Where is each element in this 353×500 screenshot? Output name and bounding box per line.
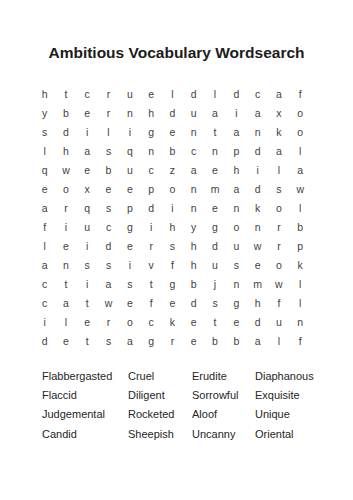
grid-cell: o [290, 122, 311, 141]
grid-cell: c [98, 217, 119, 236]
grid-cell: g [226, 293, 247, 312]
grid-cell: c [183, 141, 204, 160]
word-list-item: Rocketed [128, 405, 192, 424]
grid-cell: l [268, 331, 289, 350]
grid-cell: e [98, 179, 119, 198]
grid-cell: e [34, 179, 55, 198]
grid-cell: m [247, 274, 268, 293]
grid-cell: y [183, 217, 204, 236]
grid-cell: a [268, 84, 289, 103]
grid-cell: c [77, 84, 98, 103]
grid-cell: i [34, 312, 55, 331]
grid-cell: k [162, 312, 183, 331]
grid-cell: s [98, 331, 119, 350]
grid-cell: u [268, 312, 289, 331]
word-list-item: Uncanny [192, 425, 255, 444]
grid-cell: i [55, 217, 76, 236]
grid-cell: e [183, 312, 204, 331]
page-title: Ambitious Vocabulary Wordsearch [0, 44, 353, 62]
grid-cell: f [34, 217, 55, 236]
grid-cell: b [55, 103, 76, 122]
grid-cell: b [290, 217, 311, 236]
grid-cell: n [183, 179, 204, 198]
grid-cell: e [55, 236, 76, 255]
grid-cell: a [226, 122, 247, 141]
grid-cell: r [268, 217, 289, 236]
grid-cell: a [77, 141, 98, 160]
grid-cell: a [34, 255, 55, 274]
grid-cell: l [268, 160, 289, 179]
grid-cell: s [98, 255, 119, 274]
grid-cell: e [226, 312, 247, 331]
grid-cell: n [140, 141, 161, 160]
grid-cell: d [183, 84, 204, 103]
grid-cell: s [204, 293, 225, 312]
grid-cell: a [268, 141, 289, 160]
grid-cell: o [290, 103, 311, 122]
grid-cell: w [290, 179, 311, 198]
grid-cell: e [162, 293, 183, 312]
grid-cell: g [140, 122, 161, 141]
grid-cell: u [119, 84, 140, 103]
grid-cell: e [247, 255, 268, 274]
grid-cell: a [204, 103, 225, 122]
grid-cell: a [183, 160, 204, 179]
grid-cell: u [77, 217, 98, 236]
grid-cell: t [204, 122, 225, 141]
word-list-item: Sheepish [128, 425, 192, 444]
grid-cell: w [55, 160, 76, 179]
word-list: FlabbergastedCruelEruditeDiaphanousFlacc… [42, 367, 345, 444]
grid-cell: s [268, 179, 289, 198]
grid-cell: r [140, 236, 161, 255]
word-list-item: Flaccid [42, 386, 128, 405]
grid-cell: l [162, 84, 183, 103]
grid-cell: c [140, 160, 161, 179]
grid-cell: x [77, 179, 98, 198]
grid-cell: e [183, 331, 204, 350]
grid-cell: u [226, 236, 247, 255]
grid-cell: t [55, 274, 76, 293]
grid-cell: o [226, 217, 247, 236]
grid-cell: d [55, 122, 76, 141]
grid-cell: t [140, 274, 161, 293]
grid-cell: n [55, 255, 76, 274]
grid-cell: c [34, 293, 55, 312]
grid-cell: s [119, 274, 140, 293]
grid-cell: a [119, 331, 140, 350]
word-list-item: Candid [42, 425, 128, 444]
grid-cell: t [77, 293, 98, 312]
grid-cell: a [98, 274, 119, 293]
grid-cell: i [77, 236, 98, 255]
grid-cell: n [247, 122, 268, 141]
grid-cell: z [162, 160, 183, 179]
grid-cell: n [204, 141, 225, 160]
grid-cell: a [34, 198, 55, 217]
grid-cell: a [290, 160, 311, 179]
grid-cell: j [204, 274, 225, 293]
grid-cell: a [55, 293, 76, 312]
grid-cell: q [77, 198, 98, 217]
grid-cell: l [290, 274, 311, 293]
grid-cell: q [119, 141, 140, 160]
grid-cell: c [247, 84, 268, 103]
grid-cell: d [98, 236, 119, 255]
grid-cell: t [204, 312, 225, 331]
grid-cell: a [226, 179, 247, 198]
word-list-item: Judgemental [42, 405, 128, 424]
grid-cell: b [98, 160, 119, 179]
grid-cell: c [140, 312, 161, 331]
grid-cell: e [204, 160, 225, 179]
grid-cell: e [140, 84, 161, 103]
word-list-item: Diaphanous [255, 367, 345, 386]
grid-cell: r [98, 312, 119, 331]
word-list-item: Oriental [255, 425, 345, 444]
grid-cell: i [119, 255, 140, 274]
grid-cell: o [268, 198, 289, 217]
grid-cell: w [268, 274, 289, 293]
grid-cell: h [140, 103, 161, 122]
grid-cell: d [226, 84, 247, 103]
grid-cell: f [290, 84, 311, 103]
grid-cell: r [55, 198, 76, 217]
grid-cell: u [119, 160, 140, 179]
grid-cell: w [98, 293, 119, 312]
grid-cell: e [162, 122, 183, 141]
grid-cell: l [55, 312, 76, 331]
grid-cell: o [162, 179, 183, 198]
grid-cell: g [162, 274, 183, 293]
grid-cell: g [140, 331, 161, 350]
grid-cell: u [204, 255, 225, 274]
grid-cell: h [183, 255, 204, 274]
grid-cell: t [77, 331, 98, 350]
grid-cell: a [247, 331, 268, 350]
word-list-item: Diligent [128, 386, 192, 405]
grid-cell: d [34, 331, 55, 350]
grid-cell: g [204, 217, 225, 236]
grid-cell: i [77, 274, 98, 293]
grid-cell: e [55, 331, 76, 350]
grid-cell: o [119, 312, 140, 331]
grid-cell: b [226, 331, 247, 350]
word-list-item: Erudite [192, 367, 255, 386]
grid-cell: e [119, 179, 140, 198]
grid-cell: p [140, 179, 161, 198]
grid-cell: n [247, 217, 268, 236]
grid-cell: s [77, 255, 98, 274]
grid-cell: r [98, 84, 119, 103]
grid-cell: e [77, 103, 98, 122]
grid-cell: v [140, 255, 161, 274]
grid-cell: c [34, 274, 55, 293]
grid-cell: n [226, 274, 247, 293]
grid-cell: d [162, 103, 183, 122]
grid-cell: p [119, 198, 140, 217]
grid-cell: r [98, 103, 119, 122]
grid-cell: m [204, 179, 225, 198]
word-list-item: Aloof [192, 405, 255, 424]
grid-cell: i [226, 103, 247, 122]
grid-cell: n [119, 103, 140, 122]
grid-cell: l [290, 141, 311, 160]
grid-cell: i [247, 160, 268, 179]
grid-cell: k [247, 198, 268, 217]
grid-cell: i [77, 122, 98, 141]
worksheet-page: Ambitious Vocabulary Wordsearch htcrueld… [0, 0, 353, 500]
grid-cell: l [204, 84, 225, 103]
grid-cell: d [140, 198, 161, 217]
grid-cell: b [183, 274, 204, 293]
grid-cell: s [226, 255, 247, 274]
grid-cell: e [119, 236, 140, 255]
grid-cell: n [290, 312, 311, 331]
grid-cell: i [119, 122, 140, 141]
grid-cell: s [162, 236, 183, 255]
grid-cell: n [226, 198, 247, 217]
grid-cell: t [55, 84, 76, 103]
grid-cell: y [34, 103, 55, 122]
grid-cell: h [55, 141, 76, 160]
grid-cell: l [290, 198, 311, 217]
grid-cell: k [290, 255, 311, 274]
grid-cell: e [119, 293, 140, 312]
grid-cell: i [140, 217, 161, 236]
grid-cell: u [183, 103, 204, 122]
grid-cell: f [162, 255, 183, 274]
grid-cell: r [162, 331, 183, 350]
wordsearch-grid: htcrueldldcafybernhduaiaxosdiligentankol… [34, 84, 311, 350]
grid-cell: h [183, 236, 204, 255]
grid-cell: h [162, 217, 183, 236]
word-list-item: Cruel [128, 367, 192, 386]
grid-cell: f [290, 331, 311, 350]
grid-cell: p [226, 141, 247, 160]
grid-cell: l [34, 141, 55, 160]
word-list-item: Flabbergasted [42, 367, 128, 386]
grid-cell: l [290, 293, 311, 312]
word-list-item: Sorrowful [192, 386, 255, 405]
grid-cell: o [55, 179, 76, 198]
grid-cell: e [77, 160, 98, 179]
grid-cell: d [183, 293, 204, 312]
grid-cell: n [183, 122, 204, 141]
grid-cell: h [34, 84, 55, 103]
grid-cell: o [268, 255, 289, 274]
grid-cell: b [204, 331, 225, 350]
grid-cell: x [268, 103, 289, 122]
grid-cell: i [162, 198, 183, 217]
grid-cell: f [268, 293, 289, 312]
grid-cell: s [98, 141, 119, 160]
grid-cell: k [268, 122, 289, 141]
grid-cell: d [247, 312, 268, 331]
grid-cell: n [183, 198, 204, 217]
grid-cell: h [226, 160, 247, 179]
grid-cell: s [98, 198, 119, 217]
grid-cell: w [247, 236, 268, 255]
grid-cell: l [98, 122, 119, 141]
grid-cell: r [268, 236, 289, 255]
grid-cell: g [119, 217, 140, 236]
grid-cell: e [77, 312, 98, 331]
grid-cell: d [247, 141, 268, 160]
grid-cell: l [34, 236, 55, 255]
grid-cell: d [247, 179, 268, 198]
grid-cell: b [162, 141, 183, 160]
grid-cell: p [290, 236, 311, 255]
grid-cell: q [34, 160, 55, 179]
grid-cell: e [204, 198, 225, 217]
grid-cell: h [247, 293, 268, 312]
grid-cell: d [204, 236, 225, 255]
word-list-item: Exquisite [255, 386, 345, 405]
grid-cell: f [140, 293, 161, 312]
word-list-item: Unique [255, 405, 345, 424]
grid-cell: a [247, 103, 268, 122]
grid-cell: s [34, 122, 55, 141]
